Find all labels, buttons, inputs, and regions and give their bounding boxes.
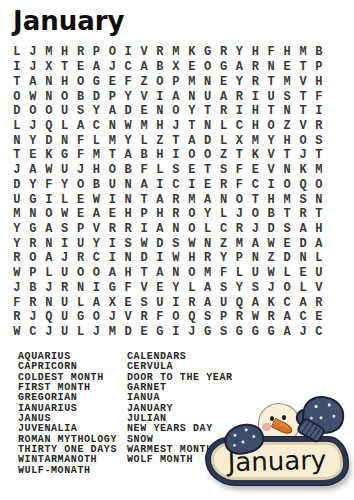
grid-cell-r20c19: J xyxy=(295,325,311,340)
grid-cell-r11c9: T xyxy=(136,192,152,207)
grid-cell-r9c16: E xyxy=(247,163,263,178)
grid-cell-r19c8: V xyxy=(120,310,136,325)
grid-cell-r15c20: L xyxy=(311,251,327,266)
grid-cell-r16c5: O xyxy=(73,266,89,281)
grid-cell-r7c19: O xyxy=(295,133,311,148)
grid-cell-r11c11: R xyxy=(168,192,184,207)
grid-cell-r17c18: O xyxy=(279,281,295,296)
grid-cell-r13c10: A xyxy=(152,222,168,237)
grid-cell-r14c3: N xyxy=(41,236,57,251)
grid-cell-r20c11: I xyxy=(168,325,184,340)
grid-cell-r12c19: R xyxy=(295,207,311,222)
grid-cell-r5c11: O xyxy=(168,104,184,119)
grid-cell-r2c20: P xyxy=(311,60,327,75)
grid-cell-r8c5: F xyxy=(73,148,89,163)
grid-cell-r8c15: T xyxy=(231,148,247,163)
grid-cell-r10c10: I xyxy=(152,177,168,192)
grid-cell-r1c12: K xyxy=(184,45,200,60)
grid-cell-r14c7: I xyxy=(104,236,120,251)
grid-cell-r19c1: R xyxy=(9,310,25,325)
grid-cell-r17c13: A xyxy=(200,281,216,296)
grid-cell-r8c20: T xyxy=(311,148,327,163)
grid-cell-r10c9: A xyxy=(136,177,152,192)
grid-cell-r19c15: R xyxy=(231,310,247,325)
grid-cell-r12c8: H xyxy=(120,207,136,222)
grid-cell-r9c11: S xyxy=(168,163,184,178)
grid-cell-r13c13: L xyxy=(200,222,216,237)
grid-cell-r10c1: D xyxy=(9,177,25,192)
grid-cell-r1c10: R xyxy=(152,45,168,60)
grid-cell-r14c12: W xyxy=(184,236,200,251)
grid-cell-r10c3: F xyxy=(41,177,57,192)
grid-cell-r17c16: S xyxy=(247,281,263,296)
grid-cell-r13c19: A xyxy=(295,222,311,237)
grid-cell-r16c19: E xyxy=(295,266,311,281)
grid-cell-r1c15: Y xyxy=(231,45,247,60)
grid-cell-r4c10: I xyxy=(152,89,168,104)
grid-cell-r18c2: R xyxy=(25,295,41,310)
grid-cell-r19c2: J xyxy=(25,310,41,325)
grid-cell-r5c13: T xyxy=(200,104,216,119)
grid-cell-r16c1: W xyxy=(9,266,25,281)
grid-cell-r5c7: A xyxy=(104,104,120,119)
grid-cell-r6c1: L xyxy=(9,119,25,134)
grid-cell-r16c11: N xyxy=(168,266,184,281)
grid-cell-r18c8: E xyxy=(120,295,136,310)
grid-cell-r1c3: M xyxy=(41,45,57,60)
grid-cell-r4c16: I xyxy=(247,89,263,104)
grid-cell-r10c6: B xyxy=(88,177,104,192)
grid-cell-r8c1: T xyxy=(9,148,25,163)
grid-cell-r13c8: R xyxy=(120,222,136,237)
grid-cell-r18c6: A xyxy=(88,295,104,310)
grid-cell-r7c8: Y xyxy=(120,133,136,148)
grid-cell-r2c18: E xyxy=(279,60,295,75)
grid-cell-r20c1: W xyxy=(9,325,25,340)
grid-cell-r11c12: M xyxy=(184,192,200,207)
grid-cell-r8c13: O xyxy=(200,148,216,163)
grid-cell-r3c4: H xyxy=(57,74,73,89)
grid-cell-r5c19: T xyxy=(295,104,311,119)
grid-cell-r14c13: N xyxy=(200,236,216,251)
grid-cell-r8c16: K xyxy=(247,148,263,163)
grid-cell-r16c3: L xyxy=(41,266,57,281)
grid-cell-r13c14: C xyxy=(216,222,232,237)
grid-cell-r4c7: P xyxy=(104,89,120,104)
grid-cell-r20c5: L xyxy=(73,325,89,340)
grid-cell-r1c2: J xyxy=(25,45,41,60)
grid-cell-r13c15: R xyxy=(231,222,247,237)
grid-cell-r10c7: U xyxy=(104,177,120,192)
grid-cell-r20c20: C xyxy=(311,325,327,340)
grid-cell-r18c1: F xyxy=(9,295,25,310)
grid-cell-r14c19: D xyxy=(295,236,311,251)
grid-cell-r5c3: O xyxy=(41,104,57,119)
grid-cell-r6c12: T xyxy=(184,119,200,134)
page-title: January xyxy=(13,6,125,36)
grid-cell-r6c19: V xyxy=(295,119,311,134)
grid-cell-r20c18: A xyxy=(279,325,295,340)
grid-cell-r5c12: Y xyxy=(184,104,200,119)
grid-cell-r14c5: U xyxy=(73,236,89,251)
grid-cell-r19c7: J xyxy=(104,310,120,325)
grid-cell-r1c14: R xyxy=(216,45,232,60)
grid-cell-r15c6: C xyxy=(88,251,104,266)
grid-cell-r3c3: N xyxy=(41,74,57,89)
grid-cell-r10c18: O xyxy=(279,177,295,192)
grid-cell-r10c16: C xyxy=(247,177,263,192)
grid-cell-r9c18: N xyxy=(279,163,295,178)
grid-cell-r6c5: A xyxy=(73,119,89,134)
grid-cell-r3c16: R xyxy=(247,74,263,89)
grid-cell-r12c11: R xyxy=(168,207,184,222)
grid-cell-r16c2: P xyxy=(25,266,41,281)
grid-cell-r13c12: O xyxy=(184,222,200,237)
grid-cell-r13c3: A xyxy=(41,222,57,237)
grid-cell-r4c15: R xyxy=(231,89,247,104)
grid-cell-r6c4: L xyxy=(57,119,73,134)
grid-cell-r17c4: R xyxy=(57,281,73,296)
grid-cell-r6c6: C xyxy=(88,119,104,134)
grid-cell-r5c9: E xyxy=(136,104,152,119)
grid-cell-r1c7: O xyxy=(104,45,120,60)
grid-cell-r7c15: X xyxy=(231,133,247,148)
grid-cell-r18c7: X xyxy=(104,295,120,310)
grid-cell-r12c10: H xyxy=(152,207,168,222)
grid-cell-r17c19: L xyxy=(295,281,311,296)
grid-cell-r7c16: M xyxy=(247,133,263,148)
grid-cell-r2c6: A xyxy=(88,60,104,75)
grid-cell-r13c17: D xyxy=(263,222,279,237)
grid-cell-r9c2: A xyxy=(25,163,41,178)
grid-cell-r3c2: A xyxy=(25,74,41,89)
grid-cell-r15c2: O xyxy=(25,251,41,266)
grid-cell-r10c8: N xyxy=(120,177,136,192)
grid-cell-r3c9: Z xyxy=(136,74,152,89)
grid-cell-r8c2: E xyxy=(25,148,41,163)
grid-cell-r18c4: U xyxy=(57,295,73,310)
grid-cell-r19c17: R xyxy=(263,310,279,325)
grid-cell-r9c3: W xyxy=(41,163,57,178)
grid-cell-r2c13: O xyxy=(200,60,216,75)
grid-cell-r4c18: S xyxy=(279,89,295,104)
grid-cell-r18c5: L xyxy=(73,295,89,310)
letter-grid: LJMHRPOIVRMKGRYHFHMBIJXTEAJCABXEOGARNETP… xyxy=(9,45,327,339)
grid-cell-r13c18: S xyxy=(279,222,295,237)
grid-cell-r6c2: J xyxy=(25,119,41,134)
snowman-eye-icon xyxy=(282,415,286,420)
grid-cell-r1c5: R xyxy=(73,45,89,60)
grid-cell-r7c18: H xyxy=(279,133,295,148)
grid-cell-r20c15: G xyxy=(231,325,247,340)
grid-cell-r15c15: P xyxy=(231,251,247,266)
grid-cell-r10c19: Q xyxy=(295,177,311,192)
grid-cell-r8c10: H xyxy=(152,148,168,163)
grid-cell-r4c19: T xyxy=(295,89,311,104)
grid-cell-r7c13: D xyxy=(200,133,216,148)
grid-cell-r15c13: R xyxy=(200,251,216,266)
grid-cell-r3c8: F xyxy=(120,74,136,89)
grid-cell-r19c11: O xyxy=(168,310,184,325)
grid-cell-r14c17: W xyxy=(263,236,279,251)
grid-cell-r19c10: F xyxy=(152,310,168,325)
grid-cell-r14c4: I xyxy=(57,236,73,251)
grid-cell-r4c9: V xyxy=(136,89,152,104)
grid-cell-r9c14: S xyxy=(216,163,232,178)
grid-cell-r4c14: A xyxy=(216,89,232,104)
grid-cell-r7c2: Y xyxy=(25,133,41,148)
grid-cell-r9c5: J xyxy=(73,163,89,178)
grid-cell-r3c19: V xyxy=(295,74,311,89)
grid-cell-r19c13: S xyxy=(200,310,216,325)
grid-cell-r17c9: V xyxy=(136,281,152,296)
grid-cell-r12c6: A xyxy=(88,207,104,222)
grid-cell-r3c13: N xyxy=(200,74,216,89)
grid-cell-r10c17: I xyxy=(263,177,279,192)
grid-cell-r3c17: T xyxy=(263,74,279,89)
grid-cell-r11c3: I xyxy=(41,192,57,207)
grid-cell-r14c6: Y xyxy=(88,236,104,251)
grid-cell-r2c5: E xyxy=(73,60,89,75)
grid-cell-r20c7: M xyxy=(104,325,120,340)
grid-cell-r14c1: Y xyxy=(9,236,25,251)
grid-cell-r16c4: U xyxy=(57,266,73,281)
grid-cell-r12c2: N xyxy=(25,207,41,222)
grid-cell-r8c12: O xyxy=(184,148,200,163)
grid-cell-r10c12: I xyxy=(184,177,200,192)
grid-cell-r4c13: U xyxy=(200,89,216,104)
grid-cell-r2c16: R xyxy=(247,60,263,75)
grid-cell-r15c8: N xyxy=(120,251,136,266)
grid-cell-r3c14: E xyxy=(216,74,232,89)
grid-cell-r17c17: J xyxy=(263,281,279,296)
grid-cell-r19c3: Q xyxy=(41,310,57,325)
grid-cell-r2c17: N xyxy=(263,60,279,75)
grid-cell-r17c2: B xyxy=(25,281,41,296)
grid-cell-r20c6: J xyxy=(88,325,104,340)
grid-cell-r6c11: J xyxy=(168,119,184,134)
grid-cell-r19c18: A xyxy=(279,310,295,325)
grid-cell-r18c15: Q xyxy=(231,295,247,310)
grid-cell-r10c2: Y xyxy=(25,177,41,192)
grid-cell-r12c7: E xyxy=(104,207,120,222)
grid-cell-r18c9: S xyxy=(136,295,152,310)
grid-cell-r15c3: A xyxy=(41,251,57,266)
grid-cell-r18c14: U xyxy=(216,295,232,310)
grid-cell-r17c10: E xyxy=(152,281,168,296)
grid-cell-r13c1: Y xyxy=(9,222,25,237)
grid-cell-r16c14: F xyxy=(216,266,232,281)
grid-cell-r8c7: T xyxy=(104,148,120,163)
grid-cell-r16c7: A xyxy=(104,266,120,281)
grid-cell-r2c2: J xyxy=(25,60,41,75)
grid-cell-r8c3: K xyxy=(41,148,57,163)
grid-cell-r1c6: P xyxy=(88,45,104,60)
grid-cell-r15c7: I xyxy=(104,251,120,266)
grid-cell-r12c18: T xyxy=(279,207,295,222)
grid-cell-r16c13: M xyxy=(200,266,216,281)
grid-cell-r11c14: N xyxy=(216,192,232,207)
grid-cell-r17c7: G xyxy=(104,281,120,296)
grid-cell-r12c4: W xyxy=(57,207,73,222)
grid-cell-r1c1: L xyxy=(9,45,25,60)
grid-cell-r11c7: I xyxy=(104,192,120,207)
grid-cell-r11c5: E xyxy=(73,192,89,207)
grid-cell-r9c9: F xyxy=(136,163,152,178)
grid-cell-r11c8: N xyxy=(120,192,136,207)
grid-cell-r16c20: U xyxy=(311,266,327,281)
grid-cell-r13c11: N xyxy=(168,222,184,237)
grid-cell-r4c5: B xyxy=(73,89,89,104)
grid-cell-r19c5: G xyxy=(73,310,89,325)
grid-cell-r18c12: R xyxy=(184,295,200,310)
grid-cell-r18c20: R xyxy=(311,295,327,310)
grid-cell-r9c20: M xyxy=(311,163,327,178)
grid-cell-r11c16: T xyxy=(247,192,263,207)
grid-cell-r10c11: C xyxy=(168,177,184,192)
grid-cell-r7c10: Z xyxy=(152,133,168,148)
grid-cell-r6c7: N xyxy=(104,119,120,134)
grid-cell-r7c20: S xyxy=(311,133,327,148)
grid-cell-r6c3: Q xyxy=(41,119,57,134)
grid-cell-r17c15: Y xyxy=(231,281,247,296)
grid-cell-r13c16: J xyxy=(247,222,263,237)
grid-cell-r4c17: U xyxy=(263,89,279,104)
grid-cell-r7c5: F xyxy=(73,133,89,148)
grid-cell-r18c11: I xyxy=(168,295,184,310)
grid-cell-r1c19: M xyxy=(295,45,311,60)
grid-cell-r3c12: M xyxy=(184,74,200,89)
grid-cell-r20c17: G xyxy=(263,325,279,340)
grid-cell-r15c16: N xyxy=(247,251,263,266)
snowman-illustration: January xyxy=(200,393,354,500)
grid-cell-r2c19: T xyxy=(295,60,311,75)
grid-cell-r11c20: N xyxy=(311,192,327,207)
grid-cell-r16c18: L xyxy=(279,266,295,281)
grid-cell-r3c5: O xyxy=(73,74,89,89)
grid-cell-r4c11: A xyxy=(168,89,184,104)
grid-cell-r9c19: K xyxy=(295,163,311,178)
mitten-right-icon xyxy=(295,393,346,441)
grid-cell-r8c4: G xyxy=(57,148,73,163)
grid-cell-r15c19: N xyxy=(295,251,311,266)
grid-cell-r6c13: N xyxy=(200,119,216,134)
grid-cell-r15c9: D xyxy=(136,251,152,266)
grid-cell-r11c10: A xyxy=(152,192,168,207)
grid-cell-r2c11: X xyxy=(168,60,184,75)
grid-cell-r18c18: C xyxy=(279,295,295,310)
grid-cell-r19c9: R xyxy=(136,310,152,325)
grid-cell-r14c16: A xyxy=(247,236,263,251)
grid-cell-r15c18: D xyxy=(279,251,295,266)
grid-cell-r9c13: T xyxy=(200,163,216,178)
grid-cell-r5c1: D xyxy=(9,104,25,119)
grid-cell-r16c12: O xyxy=(184,266,200,281)
grid-cell-r2c10: B xyxy=(152,60,168,75)
grid-cell-r17c12: L xyxy=(184,281,200,296)
grid-cell-r17c3: J xyxy=(41,281,57,296)
grid-cell-r6c20: R xyxy=(311,119,327,134)
grid-cell-r11c6: W xyxy=(88,192,104,207)
grid-cell-r9c17: V xyxy=(263,163,279,178)
grid-cell-r1c8: I xyxy=(120,45,136,60)
grid-cell-r17c6: I xyxy=(88,281,104,296)
grid-cell-r17c5: N xyxy=(73,281,89,296)
grid-cell-r7c3: D xyxy=(41,133,57,148)
grid-cell-r19c6: O xyxy=(88,310,104,325)
grid-cell-r2c12: E xyxy=(184,60,200,75)
grid-cell-r6c9: M xyxy=(136,119,152,134)
grid-cell-r12c20: T xyxy=(311,207,327,222)
grid-cell-r7c17: Y xyxy=(263,133,279,148)
grid-cell-r11c4: L xyxy=(57,192,73,207)
grid-cell-r18c17: K xyxy=(263,295,279,310)
grid-cell-r3c15: Y xyxy=(231,74,247,89)
grid-cell-r5c6: Y xyxy=(88,104,104,119)
grid-cell-r15c4: J xyxy=(57,251,73,266)
grid-cell-r5c10: N xyxy=(152,104,168,119)
grid-cell-r3c11: P xyxy=(168,74,184,89)
grid-cell-r1c11: M xyxy=(168,45,184,60)
grid-cell-r1c4: H xyxy=(57,45,73,60)
word-list-item: WULF-MONATH xyxy=(18,466,117,476)
grid-cell-r7c4: N xyxy=(57,133,73,148)
grid-cell-r12c1: M xyxy=(9,207,25,222)
grid-cell-r5c2: O xyxy=(25,104,41,119)
grid-cell-r12c5: E xyxy=(73,207,89,222)
grid-cell-r8c8: A xyxy=(120,148,136,163)
grid-cell-r11c18: M xyxy=(279,192,295,207)
word-list-left: AQUARIUSCAPRICORNCOLDEST MONTHFIRST MONT… xyxy=(18,352,117,476)
grid-cell-r20c12: J xyxy=(184,325,200,340)
grid-cell-r16c16: U xyxy=(247,266,263,281)
grid-cell-r15c12: H xyxy=(184,251,200,266)
grid-cell-r10c15: F xyxy=(231,177,247,192)
grid-cell-r2c1: I xyxy=(9,60,25,75)
grid-cell-r13c7: R xyxy=(104,222,120,237)
grid-cell-r14c2: R xyxy=(25,236,41,251)
grid-cell-r1c18: H xyxy=(279,45,295,60)
grid-cell-r16c17: W xyxy=(263,266,279,281)
grid-cell-r9c4: U xyxy=(57,163,73,178)
grid-cell-r13c9: I xyxy=(136,222,152,237)
grid-cell-r2c14: G xyxy=(216,60,232,75)
grid-cell-r17c14: S xyxy=(216,281,232,296)
grid-cell-r9c10: L xyxy=(152,163,168,178)
grid-cell-r20c8: D xyxy=(120,325,136,340)
grid-cell-r7c1: N xyxy=(9,133,25,148)
grid-cell-r15c17: Z xyxy=(263,251,279,266)
grid-cell-r5c18: N xyxy=(279,104,295,119)
grid-cell-r2c8: C xyxy=(120,60,136,75)
grid-cell-r9c7: O xyxy=(104,163,120,178)
grid-cell-r2c3: X xyxy=(41,60,57,75)
grid-cell-r5c14: R xyxy=(216,104,232,119)
carrot-nose-icon xyxy=(271,418,294,436)
grid-cell-r12c3: O xyxy=(41,207,57,222)
grid-cell-r17c11: Y xyxy=(168,281,184,296)
grid-cell-r7c7: M xyxy=(104,133,120,148)
grid-cell-r9c8: B xyxy=(120,163,136,178)
snowman-cheek-icon xyxy=(262,423,271,431)
grid-cell-r15c14: Y xyxy=(216,251,232,266)
grid-cell-r1c13: G xyxy=(200,45,216,60)
grid-cell-r16c15: L xyxy=(231,266,247,281)
grid-cell-r12c12: O xyxy=(184,207,200,222)
grid-cell-r9c15: F xyxy=(231,163,247,178)
grid-cell-r18c19: A xyxy=(295,295,311,310)
grid-cell-r9c6: H xyxy=(88,163,104,178)
